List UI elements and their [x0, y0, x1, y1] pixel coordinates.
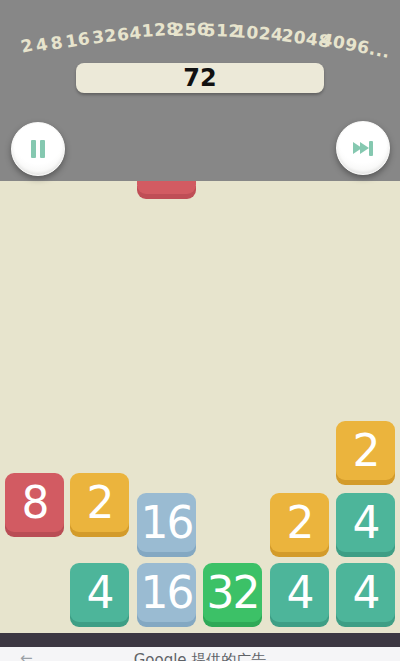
- tile-32: 32: [203, 563, 262, 622]
- back-arrow-icon[interactable]: ←: [20, 649, 33, 661]
- sequence-number: 8: [49, 32, 64, 54]
- sequence-number: 4: [34, 33, 50, 55]
- tile-8: 8: [5, 473, 64, 532]
- sequence-number: 16: [64, 28, 91, 52]
- sequence-number: 4096...: [319, 29, 392, 62]
- tile-16: 16: [137, 493, 196, 552]
- number-sequence-arc: 2 4 8 16 32 64 128 256 512 1024 2048 409…: [0, 0, 400, 60]
- tile-4: 4: [336, 493, 395, 552]
- tile-2: 2: [270, 493, 329, 552]
- score-display: 72: [76, 63, 324, 93]
- tile-4: 4: [70, 563, 129, 622]
- pause-button[interactable]: [11, 122, 65, 176]
- tile-2: 2: [70, 473, 129, 532]
- tile-4: 4: [336, 563, 395, 622]
- fast-forward-icon: [353, 141, 373, 156]
- tile-4: 4: [270, 563, 329, 622]
- next-falling-tile: [137, 181, 196, 194]
- ad-banner[interactable]: ← Google 提供的广告: [0, 647, 400, 661]
- bottom-divider-bar: [0, 633, 400, 647]
- ad-banner-text[interactable]: Google 提供的广告: [0, 650, 400, 661]
- sequence-number: 1024: [233, 21, 284, 45]
- fast-forward-button[interactable]: [336, 121, 390, 175]
- pause-icon: [31, 140, 45, 158]
- game-screen: 2 4 8 16 32 64 128 256 512 1024 2048 409…: [0, 0, 400, 661]
- tile-16: 16: [137, 563, 196, 622]
- sequence-number: 64: [116, 22, 143, 44]
- sequence-number: 32: [91, 25, 118, 48]
- header: 2 4 8 16 32 64 128 256 512 1024 2048 409…: [0, 0, 400, 181]
- tile-2: 2: [336, 421, 395, 480]
- sequence-number: 2: [19, 34, 35, 56]
